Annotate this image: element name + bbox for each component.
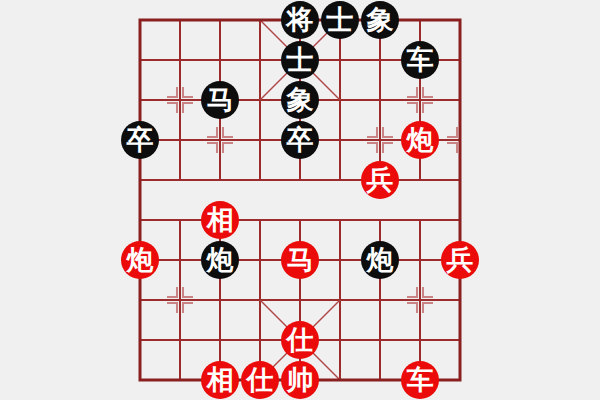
board-cell[interactable] [280, 280, 320, 320]
board-cell[interactable]: 马 [280, 240, 320, 280]
piece-black-general[interactable]: 将 [281, 1, 319, 39]
board-cell[interactable] [160, 240, 200, 280]
board-cell[interactable] [320, 360, 360, 400]
board-cell[interactable] [360, 200, 400, 240]
board-cell[interactable] [160, 160, 200, 200]
board-cell[interactable] [200, 160, 240, 200]
board-cell[interactable] [240, 120, 280, 160]
board-cell[interactable]: 炮 [200, 240, 240, 280]
piece-black-advisor-1[interactable]: 士 [321, 1, 359, 39]
board-cell[interactable] [200, 0, 240, 40]
board-cell[interactable] [320, 160, 360, 200]
board-cell[interactable] [240, 160, 280, 200]
star-point-marker [404, 284, 436, 316]
board-cell[interactable] [440, 320, 480, 360]
board-cell[interactable]: 炮 [400, 120, 440, 160]
board-cell[interactable] [320, 80, 360, 120]
board-cell[interactable] [440, 200, 480, 240]
board-cell[interactable] [120, 160, 160, 200]
board-cell[interactable] [200, 280, 240, 320]
board-cell[interactable] [320, 120, 360, 160]
board-cell[interactable]: 卒 [280, 120, 320, 160]
board-cell[interactable] [440, 160, 480, 200]
piece-red-chariot[interactable]: 车 [401, 361, 439, 399]
board-cell[interactable] [360, 80, 400, 120]
piece-red-elephant-1[interactable]: 相 [201, 201, 239, 239]
board-cell[interactable] [120, 320, 160, 360]
piece-red-cannon-2[interactable]: 炮 [121, 241, 159, 279]
board-cell[interactable]: 马 [200, 80, 240, 120]
star-point-marker [364, 124, 396, 156]
board-cell[interactable] [320, 40, 360, 80]
xiangqi-board: 将士象士车马象卒卒炮兵相炮炮马炮兵仕相仕帅车 [120, 0, 480, 400]
piece-red-soldier-1[interactable]: 兵 [361, 161, 399, 199]
board-cell[interactable]: 士 [280, 40, 320, 80]
board-cell[interactable] [400, 280, 440, 320]
board-cell[interactable] [320, 280, 360, 320]
piece-red-horse[interactable]: 马 [281, 241, 319, 279]
star-point-marker [444, 124, 476, 156]
board-cell[interactable] [440, 280, 480, 320]
board-cell[interactable]: 相 [200, 200, 240, 240]
board-cell[interactable] [160, 0, 200, 40]
board-cell[interactable] [240, 240, 280, 280]
board-cell[interactable]: 仕 [280, 320, 320, 360]
board-cell[interactable]: 卒 [120, 120, 160, 160]
board-cell[interactable] [320, 320, 360, 360]
board-cell[interactable]: 车 [400, 360, 440, 400]
board-cell[interactable] [240, 200, 280, 240]
board-cell[interactable]: 炮 [120, 240, 160, 280]
piece-red-advisor-2[interactable]: 仕 [241, 361, 279, 399]
board-cell[interactable]: 将 [280, 0, 320, 40]
board-cell[interactable] [160, 40, 200, 80]
board-cell[interactable] [240, 40, 280, 80]
star-point-marker [164, 84, 196, 116]
board-cell[interactable] [400, 0, 440, 40]
board-cell[interactable] [120, 80, 160, 120]
piece-red-soldier-2[interactable]: 兵 [441, 241, 479, 279]
board-cell[interactable] [440, 120, 480, 160]
piece-black-elephant-1[interactable]: 象 [361, 1, 399, 39]
board-cell[interactable] [160, 320, 200, 360]
board-grid: 将士象士车马象卒卒炮兵相炮炮马炮兵仕相仕帅车 [120, 0, 480, 400]
star-point-marker [404, 84, 436, 116]
piece-red-elephant-2[interactable]: 相 [201, 361, 239, 399]
board-cell[interactable] [120, 40, 160, 80]
board-cell[interactable] [360, 360, 400, 400]
board-cell[interactable] [360, 280, 400, 320]
board-cell[interactable] [240, 0, 280, 40]
piece-black-soldier-1[interactable]: 卒 [121, 121, 159, 159]
piece-red-general[interactable]: 帅 [281, 361, 319, 399]
board-cell[interactable] [440, 40, 480, 80]
board-cell[interactable] [240, 280, 280, 320]
board-cell[interactable]: 相 [200, 360, 240, 400]
board-cell[interactable] [120, 360, 160, 400]
board-cell[interactable] [120, 280, 160, 320]
piece-red-cannon-1[interactable]: 炮 [401, 121, 439, 159]
board-cell[interactable]: 兵 [440, 240, 480, 280]
board-cell[interactable]: 象 [360, 0, 400, 40]
board-cell[interactable]: 车 [400, 40, 440, 80]
star-point-marker [164, 284, 196, 316]
board-cell[interactable] [280, 200, 320, 240]
board-cell[interactable]: 帅 [280, 360, 320, 400]
piece-black-cannon-2[interactable]: 炮 [361, 241, 399, 279]
board-cell[interactable] [160, 360, 200, 400]
board-cell[interactable]: 象 [280, 80, 320, 120]
board-cell[interactable] [400, 320, 440, 360]
piece-black-soldier-2[interactable]: 卒 [281, 121, 319, 159]
board-cell[interactable]: 炮 [360, 240, 400, 280]
board-cell[interactable] [200, 40, 240, 80]
board-cell[interactable] [120, 0, 160, 40]
board-cell[interactable] [160, 80, 200, 120]
board-cell[interactable] [440, 360, 480, 400]
board-cell[interactable] [280, 160, 320, 200]
piece-black-cannon-1[interactable]: 炮 [201, 241, 239, 279]
board-cell[interactable] [440, 80, 480, 120]
piece-black-chariot[interactable]: 车 [401, 41, 439, 79]
board-cell[interactable] [440, 0, 480, 40]
board-cell[interactable] [400, 200, 440, 240]
board-cell[interactable]: 士 [320, 0, 360, 40]
board-cell[interactable] [160, 120, 200, 160]
board-cell[interactable] [400, 240, 440, 280]
piece-black-advisor-2[interactable]: 士 [281, 41, 319, 79]
board-cell[interactable] [360, 120, 400, 160]
board-cell[interactable] [240, 320, 280, 360]
board-cell[interactable]: 仕 [240, 360, 280, 400]
board-cell[interactable] [320, 240, 360, 280]
board-cell[interactable] [160, 280, 200, 320]
board-cell[interactable] [200, 320, 240, 360]
board-cell[interactable] [400, 80, 440, 120]
piece-black-elephant-2[interactable]: 象 [281, 81, 319, 119]
board-cell[interactable] [200, 120, 240, 160]
piece-black-horse[interactable]: 马 [201, 81, 239, 119]
piece-red-advisor-1[interactable]: 仕 [281, 321, 319, 359]
board-cell[interactable] [360, 40, 400, 80]
xiangqi-app: 将士象士车马象卒卒炮兵相炮炮马炮兵仕相仕帅车 [0, 0, 600, 400]
board-cell[interactable] [160, 200, 200, 240]
star-point-marker [204, 124, 236, 156]
board-cell[interactable] [400, 160, 440, 200]
board-cell[interactable] [120, 200, 160, 240]
board-cell[interactable]: 兵 [360, 160, 400, 200]
board-cell[interactable] [360, 320, 400, 360]
board-cell[interactable] [320, 200, 360, 240]
board-cell[interactable] [240, 80, 280, 120]
